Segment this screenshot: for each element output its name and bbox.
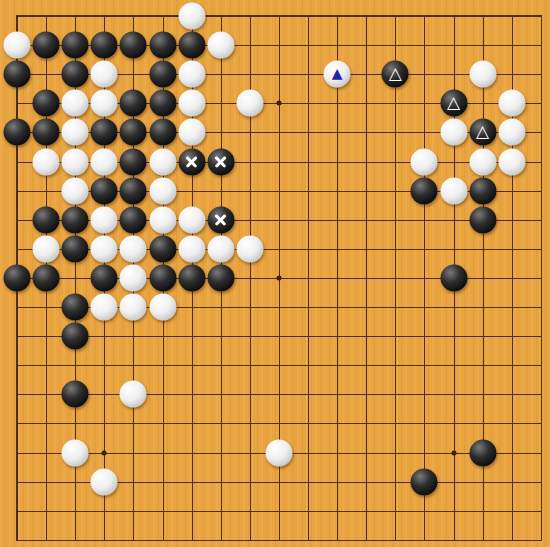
black-stone[interactable]	[411, 468, 438, 495]
white-stone[interactable]	[33, 235, 60, 262]
black-stone[interactable]	[149, 119, 176, 146]
black-stone[interactable]	[149, 235, 176, 262]
black-stone[interactable]	[178, 148, 205, 175]
white-stone[interactable]	[149, 294, 176, 321]
black-stone[interactable]	[33, 90, 60, 117]
white-stone[interactable]	[236, 90, 263, 117]
white-stone[interactable]	[62, 177, 89, 204]
black-stone[interactable]	[91, 32, 118, 59]
black-stone[interactable]	[33, 264, 60, 291]
black-stone[interactable]	[91, 119, 118, 146]
white-stone[interactable]	[120, 235, 147, 262]
black-stone[interactable]	[33, 32, 60, 59]
black-stone[interactable]	[207, 206, 234, 233]
black-stone[interactable]	[149, 264, 176, 291]
white-stone[interactable]	[33, 148, 60, 175]
black-stone[interactable]	[62, 206, 89, 233]
go-board[interactable]: ▲△△△	[0, 0, 550, 547]
white-stone[interactable]	[62, 148, 89, 175]
black-stone[interactable]	[149, 90, 176, 117]
black-stone[interactable]	[120, 148, 147, 175]
triangle-mark-icon: △	[389, 60, 402, 87]
black-stone[interactable]: △	[382, 61, 409, 88]
white-stone[interactable]	[207, 235, 234, 262]
white-stone[interactable]	[91, 90, 118, 117]
star-point	[276, 275, 281, 280]
black-stone[interactable]	[4, 119, 31, 146]
white-stone[interactable]	[498, 148, 525, 175]
white-stone[interactable]	[440, 177, 467, 204]
x-mark-icon	[213, 212, 229, 228]
white-stone[interactable]	[91, 235, 118, 262]
triangle-mark-icon: △	[476, 118, 489, 145]
black-stone[interactable]	[120, 206, 147, 233]
white-stone[interactable]	[265, 439, 292, 466]
black-stone[interactable]	[62, 381, 89, 408]
white-stone[interactable]	[469, 148, 496, 175]
white-stone[interactable]	[236, 235, 263, 262]
white-stone[interactable]	[178, 235, 205, 262]
white-stone[interactable]	[120, 264, 147, 291]
black-stone[interactable]	[33, 119, 60, 146]
black-stone[interactable]	[62, 32, 89, 59]
star-point	[451, 450, 456, 455]
white-stone[interactable]: ▲	[324, 61, 351, 88]
star-point	[276, 101, 281, 106]
white-stone[interactable]	[120, 294, 147, 321]
triangle-mark-icon: △	[447, 89, 460, 116]
black-stone[interactable]	[91, 177, 118, 204]
black-stone[interactable]	[62, 323, 89, 350]
white-stone[interactable]	[207, 32, 234, 59]
black-stone[interactable]	[411, 177, 438, 204]
black-stone[interactable]	[120, 119, 147, 146]
black-stone[interactable]	[120, 177, 147, 204]
black-stone[interactable]	[469, 439, 496, 466]
black-stone[interactable]	[178, 264, 205, 291]
white-stone[interactable]	[178, 206, 205, 233]
black-stone[interactable]	[149, 32, 176, 59]
white-stone[interactable]	[178, 119, 205, 146]
white-stone[interactable]	[91, 206, 118, 233]
white-stone[interactable]	[178, 3, 205, 30]
black-stone[interactable]	[62, 294, 89, 321]
white-stone[interactable]	[440, 119, 467, 146]
black-stone[interactable]: △	[440, 90, 467, 117]
white-stone[interactable]	[120, 381, 147, 408]
white-stone[interactable]	[62, 439, 89, 466]
white-stone[interactable]	[4, 32, 31, 59]
black-stone[interactable]	[178, 32, 205, 59]
white-stone[interactable]	[62, 90, 89, 117]
white-stone[interactable]	[498, 119, 525, 146]
last-move-triangle-icon: ▲	[332, 60, 343, 87]
white-stone[interactable]	[149, 177, 176, 204]
x-mark-icon	[213, 154, 229, 170]
white-stone[interactable]	[469, 61, 496, 88]
black-stone[interactable]	[4, 264, 31, 291]
black-stone[interactable]: △	[469, 119, 496, 146]
white-stone[interactable]	[91, 148, 118, 175]
black-stone[interactable]	[120, 32, 147, 59]
white-stone[interactable]	[91, 468, 118, 495]
white-stone[interactable]	[149, 148, 176, 175]
white-stone[interactable]	[411, 148, 438, 175]
black-stone[interactable]	[91, 264, 118, 291]
white-stone[interactable]	[178, 61, 205, 88]
black-stone[interactable]	[62, 235, 89, 262]
black-stone[interactable]	[62, 61, 89, 88]
white-stone[interactable]	[62, 119, 89, 146]
black-stone[interactable]	[149, 61, 176, 88]
black-stone[interactable]	[33, 206, 60, 233]
black-stone[interactable]	[207, 264, 234, 291]
white-stone[interactable]	[91, 294, 118, 321]
black-stone[interactable]	[120, 90, 147, 117]
white-stone[interactable]	[178, 90, 205, 117]
white-stone[interactable]	[498, 90, 525, 117]
black-stone[interactable]	[440, 264, 467, 291]
x-mark-icon	[184, 154, 200, 170]
black-stone[interactable]	[4, 61, 31, 88]
white-stone[interactable]	[149, 206, 176, 233]
black-stone[interactable]	[469, 177, 496, 204]
black-stone[interactable]	[207, 148, 234, 175]
black-stone[interactable]	[469, 206, 496, 233]
white-stone[interactable]	[91, 61, 118, 88]
star-point	[102, 450, 107, 455]
